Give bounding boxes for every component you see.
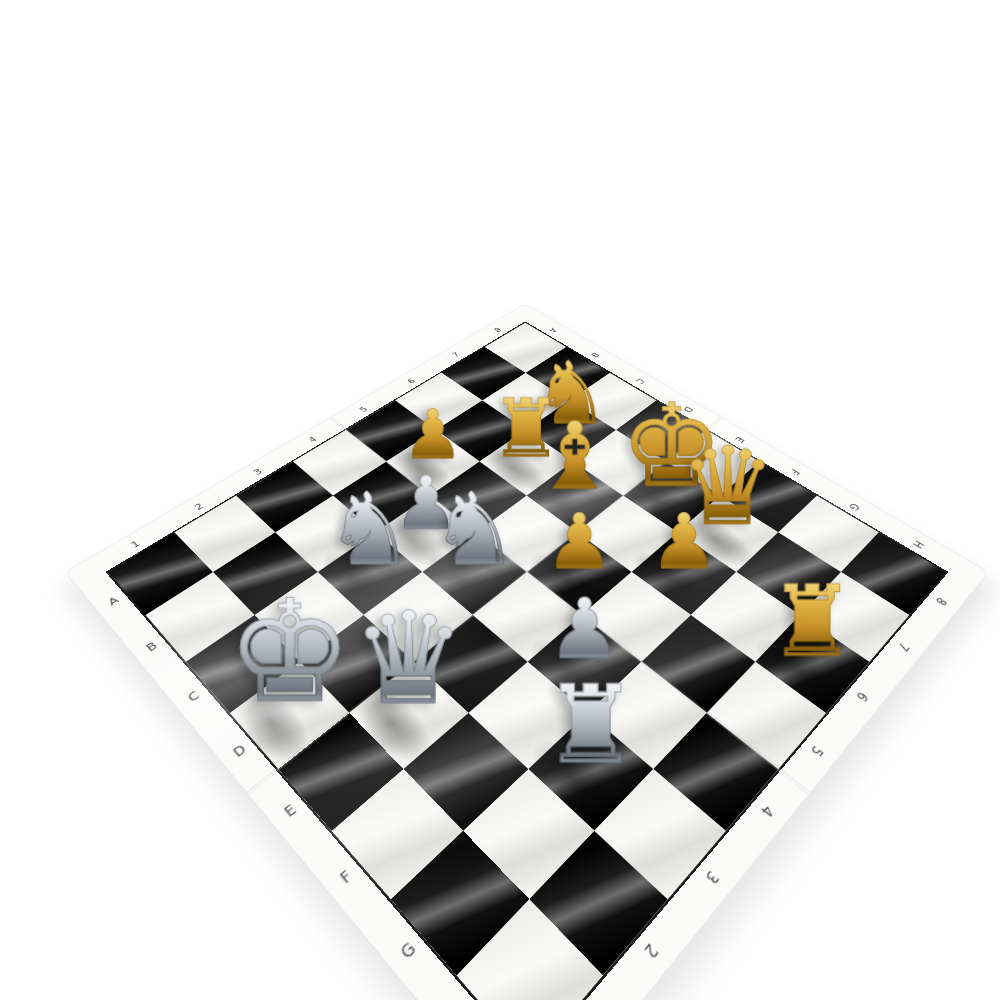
rank-label-right-7: 7 [891,637,915,658]
chess-board: ♞♚♛♜♝♟♜♟♟♟♞♟♞♜♛♚ [108,323,945,1000]
file-label-top-f: F [785,465,805,480]
file-label-top-a: A [544,325,561,335]
file-label-bottom-a: A [102,592,125,611]
silver-pawn-glyph: ♟ [547,588,621,671]
gold-bishop-glyph: ♝ [533,411,616,503]
rank-label-right-6: 6 [849,685,874,707]
file-label-bottom-f: F [331,862,360,892]
silver-rook-glyph: ♜ [543,671,639,778]
rank-label-right-2: 2 [635,934,666,968]
file-label-bottom-d: D [226,739,253,764]
chess-mat: ♞♚♛♜♝♟♜♟♟♟♞♟♞♜♛♚ AA11BB22CC33DD44EE55FF6… [66,304,988,1000]
file-label-bottom-e: E [276,797,304,824]
silver-queen-glyph: ♛ [352,595,466,723]
silver-knight-glyph: ♞ [325,480,415,580]
rank-label-right-8: 8 [929,592,952,611]
gold-pawn-glyph: ♟ [650,504,718,580]
silver-king-glyph: ♚ [226,581,353,722]
rank-label-right-4: 4 [753,797,781,824]
gold-pawn-glyph: ♟ [545,504,613,580]
gold-rook-glyph: ♜ [768,573,856,671]
rank-label-left-6: 6 [402,375,420,387]
file-label-bottom-c: C [181,685,206,707]
rank-label-left-8: 8 [489,325,506,335]
silver-knight-glyph: ♞ [430,480,520,580]
file-label-bottom-b: B [140,637,164,658]
file-label-top-g: G [844,499,865,515]
rank-label-left-7: 7 [447,349,465,360]
gold-pawn-glyph: ♟ [403,401,464,469]
file-label-bottom-g: G [393,934,424,968]
rank-label-right-3: 3 [697,862,726,892]
rank-label-right-5: 5 [803,739,830,764]
product-photo-scene: ♞♚♛♜♝♟♜♟♟♟♞♟♞♜♛♚ AA11BB22CC33DD44EE55FF6… [0,0,1000,1000]
